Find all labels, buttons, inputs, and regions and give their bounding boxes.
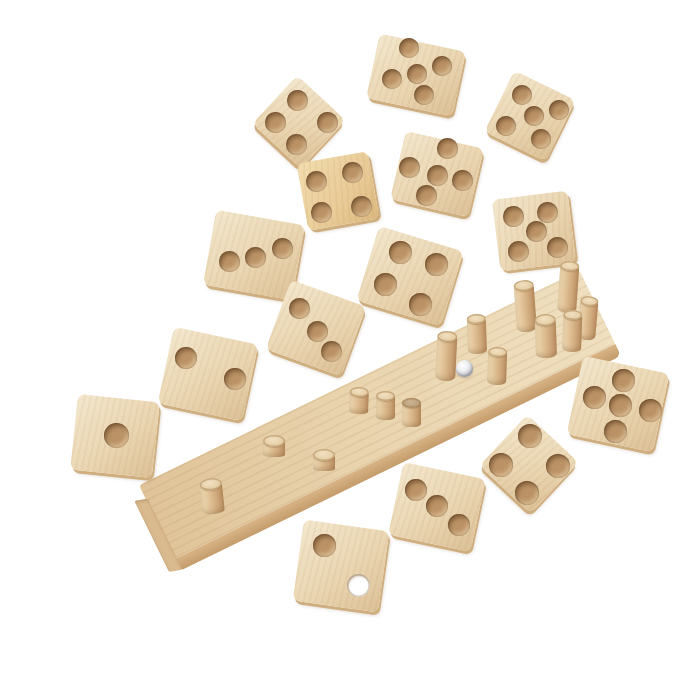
hole [351,196,372,217]
hole [287,90,308,111]
peg-group1-14 [199,477,225,515]
hole [317,112,338,133]
hole [537,202,558,223]
hole [409,293,432,316]
peg-group2-13 [313,449,335,471]
hole [425,253,448,276]
hole [245,247,266,268]
hole [518,424,542,448]
hole [104,423,129,448]
hole [382,69,402,89]
peg-group3-9 [349,387,369,415]
hole [547,237,568,258]
peg-cylinder [466,319,486,355]
peg-top [313,449,335,461]
hole [508,241,529,262]
hole [549,100,569,120]
peg-group5-1 [557,260,580,313]
scene [0,0,700,700]
hole [496,116,516,136]
peg-group4-8 [487,347,507,386]
hole [311,202,332,223]
peg-cylinder [435,337,457,382]
peg-group5-4 [562,310,582,353]
peg-group2-12 [263,435,285,457]
hole [583,386,606,409]
hole [503,206,524,227]
hole [321,341,342,362]
hole [515,481,539,505]
hole [286,134,307,155]
hole [399,38,419,58]
peg-group4-7 [435,331,458,382]
hole [604,420,627,443]
hole [265,112,286,133]
hole [342,162,363,183]
hole [313,534,336,557]
hole [432,56,452,76]
peg-cylinder [562,315,582,353]
peg-cylinder [514,285,537,332]
hole [224,368,246,390]
hole [437,138,458,159]
hole [399,157,420,178]
hole [219,251,240,272]
hole [175,347,197,369]
hole [416,185,437,206]
hole [609,394,632,417]
peg-top [376,391,395,401]
peg-group3-10 [376,391,395,420]
hole [306,171,327,192]
peg-cylinder [557,265,579,313]
hole [546,454,570,478]
hole [489,453,513,477]
tile-face [297,151,380,230]
hole [524,106,544,126]
tile-face [293,519,390,612]
hole [531,129,551,149]
hole [389,241,412,264]
hole [639,399,662,422]
hole [426,495,448,517]
through-hole [347,574,370,597]
hole [289,298,310,319]
hole [407,64,427,84]
hole [307,321,328,342]
hole [427,165,448,186]
hole [452,170,473,191]
peg-group5-2 [513,279,537,332]
hole [272,238,293,259]
peg-top [263,435,285,447]
tile-face [357,226,464,326]
hole [526,221,547,242]
hole [414,85,434,105]
peg-group5-6 [534,314,557,359]
peg-group4-5 [466,314,486,355]
metal-pin [456,360,473,377]
peg-top [402,398,421,408]
hole [448,514,470,536]
hole [612,369,635,392]
hole [512,85,532,105]
hole [374,273,397,296]
peg-group3-11 [402,398,421,427]
hole [405,479,427,501]
